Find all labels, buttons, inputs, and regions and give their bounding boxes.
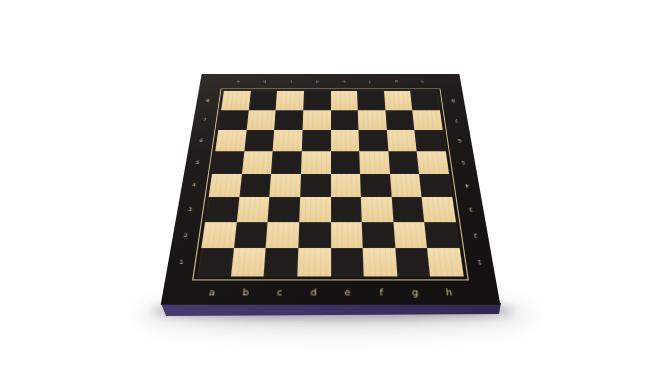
file-label-g: g: [397, 280, 433, 304]
square-c6: [273, 130, 303, 151]
square-b4: [239, 174, 271, 198]
square-a2: [201, 222, 236, 248]
square-e3: [331, 197, 362, 222]
rank-label-4: 4: [453, 174, 481, 198]
square-e2: [331, 222, 363, 248]
square-g7: [385, 110, 415, 130]
file-label-b: b: [251, 74, 279, 89]
rank-label-3: 3: [456, 197, 485, 222]
square-d1: [297, 248, 330, 276]
file-label-c: c: [277, 74, 304, 89]
file-label-e: e: [331, 74, 358, 89]
rank-label-7: 7: [444, 110, 470, 130]
square-g4: [390, 174, 422, 198]
square-a4: [209, 174, 242, 198]
rank-label-5: 5: [184, 151, 211, 173]
rank-label-3: 3: [175, 197, 204, 222]
file-label-g: g: [383, 74, 411, 89]
rank-label-1: 1: [464, 248, 495, 276]
square-h6: [415, 130, 446, 151]
rank-label-2: 2: [460, 222, 490, 248]
square-b5: [242, 151, 273, 173]
file-label-b: b: [227, 280, 263, 304]
square-b7: [246, 110, 276, 130]
rank-label-4: 4: [180, 174, 208, 198]
square-c5: [271, 151, 301, 173]
square-e7: [331, 110, 359, 130]
square-h3: [422, 197, 456, 222]
square-d3: [299, 197, 330, 222]
file-label-a: a: [224, 74, 252, 89]
file-label-c: c: [262, 280, 297, 304]
file-label-f: f: [364, 280, 399, 304]
square-h4: [419, 174, 452, 198]
pinstripe-frame: [192, 89, 469, 281]
square-b2: [234, 222, 268, 248]
file-label-h: h: [431, 280, 468, 304]
square-a8: [221, 91, 250, 110]
square-e6: [331, 130, 360, 151]
file-labels-top: abcdefgh: [224, 74, 437, 89]
file-label-d: d: [304, 74, 331, 89]
square-g8: [384, 91, 413, 110]
rank-label-8: 8: [441, 91, 466, 110]
square-f2: [362, 222, 395, 248]
square-h7: [413, 110, 443, 130]
square-b1: [231, 248, 266, 276]
square-g5: [388, 151, 419, 173]
square-c8: [276, 91, 304, 110]
product-photo-stage: abcdefgh abcdefgh 87654321 87654321: [0, 0, 660, 384]
square-e5: [331, 151, 361, 173]
chess-board: abcdefgh abcdefgh 87654321 87654321: [161, 74, 501, 305]
square-c3: [268, 197, 300, 222]
square-h1: [427, 248, 463, 276]
square-a3: [205, 197, 239, 222]
square-f5: [359, 151, 389, 173]
square-a6: [215, 130, 246, 151]
file-labels-bottom: abcdefgh: [193, 280, 468, 304]
rank-label-6: 6: [447, 130, 473, 151]
square-e1: [331, 248, 364, 276]
square-d8: [303, 91, 330, 110]
square-c4: [270, 174, 301, 198]
square-a7: [218, 110, 248, 130]
square-e8: [331, 91, 358, 110]
file-label-d: d: [296, 280, 330, 304]
rank-label-2: 2: [171, 222, 201, 248]
square-g2: [393, 222, 427, 248]
square-d5: [301, 151, 331, 173]
file-label-h: h: [409, 74, 437, 89]
square-h5: [417, 151, 449, 173]
file-label-f: f: [357, 74, 384, 89]
square-d4: [300, 174, 330, 198]
board-grid: [197, 91, 464, 276]
square-g6: [387, 130, 417, 151]
square-a1: [197, 248, 233, 276]
rank-label-8: 8: [195, 91, 220, 110]
square-f8: [357, 91, 385, 110]
square-a5: [212, 151, 244, 173]
square-c7: [274, 110, 303, 130]
rank-label-7: 7: [192, 110, 218, 130]
square-c2: [266, 222, 299, 248]
square-f1: [363, 248, 397, 276]
file-label-a: a: [193, 280, 230, 304]
square-b6: [244, 130, 274, 151]
square-e4: [331, 174, 361, 198]
square-h2: [425, 222, 460, 248]
square-c1: [264, 248, 298, 276]
square-f3: [361, 197, 393, 222]
square-f4: [360, 174, 391, 198]
square-d7: [302, 110, 330, 130]
square-g1: [395, 248, 430, 276]
square-f6: [359, 130, 389, 151]
square-d6: [302, 130, 331, 151]
square-f7: [358, 110, 387, 130]
square-g3: [391, 197, 424, 222]
square-b8: [248, 91, 277, 110]
rank-label-5: 5: [450, 151, 477, 173]
square-d2: [298, 222, 330, 248]
square-h8: [411, 91, 440, 110]
square-b3: [236, 197, 269, 222]
file-label-e: e: [331, 280, 365, 304]
rank-label-6: 6: [188, 130, 214, 151]
